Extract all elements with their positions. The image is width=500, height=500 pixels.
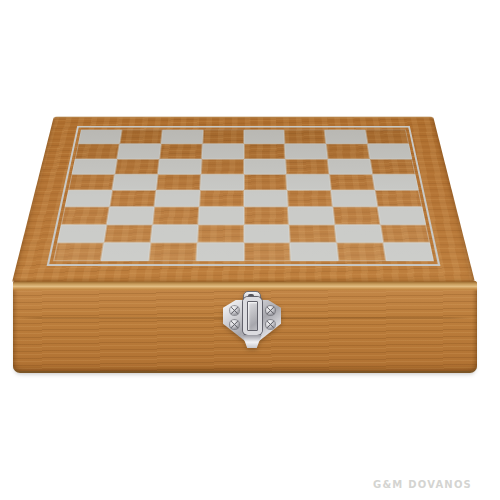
- board-square: [285, 144, 328, 159]
- board-square: [378, 207, 426, 224]
- board-square: [150, 224, 198, 242]
- board-square: [244, 224, 291, 242]
- board-square: [65, 190, 112, 207]
- board-square: [199, 190, 244, 207]
- board-square: [104, 224, 153, 242]
- lid-edge-highlight: [13, 281, 477, 291]
- board-square: [196, 242, 244, 261]
- board-square: [198, 207, 244, 224]
- board-square: [101, 242, 151, 261]
- board-square: [335, 224, 384, 242]
- board-square: [244, 144, 286, 159]
- board-square: [383, 242, 434, 261]
- board-square: [244, 159, 287, 174]
- board-square: [156, 174, 201, 190]
- board-square: [161, 130, 203, 144]
- board-square: [57, 224, 106, 242]
- board-square: [109, 190, 155, 207]
- board-frame: [47, 126, 441, 266]
- board-square: [375, 190, 422, 207]
- board-square: [75, 144, 120, 159]
- board-square: [117, 144, 161, 159]
- board-square: [370, 159, 415, 174]
- board-square: [287, 190, 333, 207]
- watermark: G&M DOVANOS: [373, 479, 472, 490]
- product-photo: G&M DOVANOS: [0, 0, 500, 500]
- board-square: [115, 159, 160, 174]
- latch-clasp-icon: [223, 291, 281, 353]
- latch-screw: [266, 320, 275, 329]
- board-square: [68, 174, 114, 190]
- box-lid: [12, 117, 475, 282]
- board-square: [61, 207, 109, 224]
- board-square: [329, 174, 375, 190]
- board-square: [152, 207, 199, 224]
- board-square: [286, 174, 331, 190]
- board-square: [244, 242, 292, 261]
- latch-screw: [230, 320, 239, 329]
- board-square: [325, 130, 368, 144]
- board-square: [365, 130, 409, 144]
- board-square: [158, 159, 202, 174]
- board-square: [53, 242, 104, 261]
- board-square: [202, 130, 243, 144]
- board-square: [119, 130, 162, 144]
- board-square: [326, 144, 370, 159]
- board-square: [112, 174, 158, 190]
- board-square: [328, 159, 373, 174]
- board-square: [148, 242, 197, 261]
- board-square: [244, 190, 289, 207]
- board-square: [200, 174, 244, 190]
- board-square: [337, 242, 387, 261]
- board-square: [286, 159, 330, 174]
- board-square: [368, 144, 413, 159]
- board-square: [201, 144, 243, 159]
- latch-screw: [230, 306, 239, 315]
- board-square: [201, 159, 244, 174]
- board-square: [289, 224, 337, 242]
- board-square: [154, 190, 200, 207]
- board-square: [197, 224, 244, 242]
- board-square: [331, 190, 377, 207]
- latch-hook: [240, 335, 264, 348]
- board-square: [72, 159, 117, 174]
- board-square: [284, 130, 326, 144]
- board-square: [244, 130, 285, 144]
- board-square: [372, 174, 418, 190]
- board-square: [107, 207, 154, 224]
- board-square: [244, 207, 290, 224]
- board-square: [244, 174, 288, 190]
- board-square: [290, 242, 339, 261]
- board-square: [78, 130, 122, 144]
- board-square: [159, 144, 202, 159]
- chess-board: [53, 130, 434, 262]
- board-square: [333, 207, 380, 224]
- board-square: [288, 207, 335, 224]
- latch-screw: [266, 306, 275, 315]
- board-square: [380, 224, 429, 242]
- latch-loop: [243, 297, 262, 335]
